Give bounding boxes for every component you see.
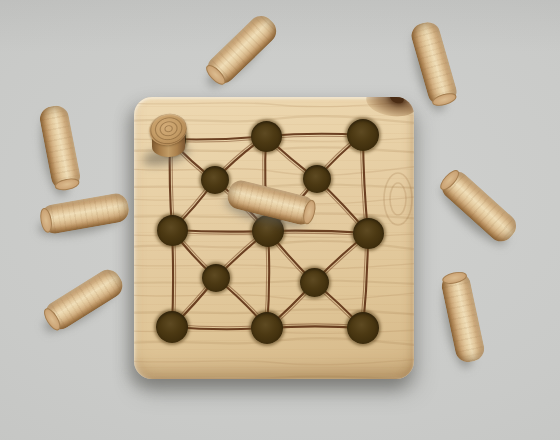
hole-a2[interactable] [157,215,188,246]
peg-left-upper[interactable] [38,103,82,191]
photo-scene [0,0,560,440]
hole-b3[interactable] [251,121,282,152]
hole-q-ul[interactable] [201,166,229,194]
wood-knot-core [389,97,405,105]
hole-b1[interactable] [251,312,283,344]
peg-left-lower[interactable] [41,264,128,333]
hole-q-ll[interactable] [202,264,230,292]
hole-a1[interactable] [156,311,188,343]
hole-q-ur[interactable] [303,165,331,193]
wood-knot [364,97,414,120]
peg-top-center[interactable] [202,10,281,88]
hole-c2[interactable] [353,218,384,249]
hole-c1[interactable] [347,312,379,344]
hole-c3[interactable] [347,119,379,151]
hole-q-lr[interactable] [300,268,329,297]
peg-right-upper[interactable] [437,166,522,246]
